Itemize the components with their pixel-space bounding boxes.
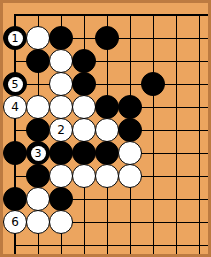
grid-hline (14, 14, 208, 16)
stone-black (26, 164, 50, 188)
grid-hline (14, 245, 208, 246)
stone-white (49, 210, 73, 234)
stone-black (3, 141, 27, 165)
grid-vline (153, 14, 154, 254)
stone-black (72, 49, 96, 73)
move-number: 2 (57, 124, 65, 136)
stone-white (26, 95, 50, 119)
stone-white (95, 118, 119, 142)
move-number-disc: 5 (8, 77, 23, 92)
go-board-diagram: 154236 (0, 0, 211, 257)
stone-black (72, 141, 96, 165)
stone-black-move-5: 5 (3, 72, 27, 96)
stone-black (26, 49, 50, 73)
stone-black (118, 118, 142, 142)
move-number-disc: 1 (8, 31, 23, 46)
stone-white (49, 49, 73, 73)
stone-black (95, 26, 119, 50)
stone-black (49, 187, 73, 211)
move-number: 1 (12, 33, 19, 44)
stone-black (72, 72, 96, 96)
move-number-disc: 3 (31, 146, 46, 161)
stone-black (141, 72, 165, 96)
grid-hline (14, 84, 208, 85)
stone-black (49, 26, 73, 50)
stone-white-move-6: 6 (3, 210, 27, 234)
move-number: 3 (35, 148, 42, 159)
grid-vline (199, 14, 200, 254)
stone-black (118, 95, 142, 119)
stone-white-move-4: 4 (3, 95, 27, 119)
stone-black (3, 187, 27, 211)
grid-vline (176, 14, 177, 254)
stone-white-move-2: 2 (49, 118, 73, 142)
stone-black (95, 95, 119, 119)
stone-white (118, 164, 142, 188)
stone-white (26, 187, 50, 211)
stone-black (49, 141, 73, 165)
stone-white (26, 26, 50, 50)
stone-white (49, 164, 73, 188)
stone-white (72, 164, 96, 188)
stone-white (49, 72, 73, 96)
stone-white (118, 141, 142, 165)
stone-black (95, 141, 119, 165)
move-number: 5 (12, 79, 19, 90)
stone-black-move-1: 1 (3, 26, 27, 50)
stone-white (26, 210, 50, 234)
move-number: 6 (11, 216, 19, 228)
stone-white (95, 164, 119, 188)
stone-white (49, 95, 73, 119)
stone-white (72, 118, 96, 142)
stone-black-move-3: 3 (26, 141, 50, 165)
stone-black (26, 118, 50, 142)
move-number: 4 (11, 101, 19, 113)
stone-white (72, 95, 96, 119)
